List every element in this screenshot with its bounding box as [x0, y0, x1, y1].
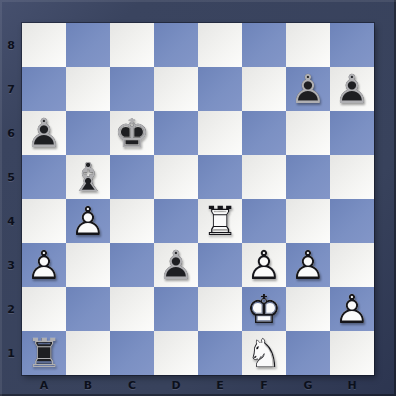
- white-pawn: ♟♙: [66, 199, 110, 243]
- rank-label-7: 7: [0, 67, 22, 111]
- square-b7[interactable]: [66, 67, 110, 111]
- chess-board: ♟♙♟♙♟♙♚♔♝♗♟♙♜♖♟♙♟♙♟♙♟♙♚♔♟♙♜♖♞♘: [22, 23, 374, 375]
- square-f2[interactable]: ♚♔: [242, 287, 286, 331]
- black-pawn: ♟♙: [154, 243, 198, 287]
- square-f8[interactable]: [242, 23, 286, 67]
- square-f5[interactable]: [242, 155, 286, 199]
- square-g4[interactable]: [286, 199, 330, 243]
- square-a2[interactable]: [22, 287, 66, 331]
- black-bishop: ♝♗: [66, 155, 110, 199]
- square-a8[interactable]: [22, 23, 66, 67]
- square-c5[interactable]: [110, 155, 154, 199]
- file-label-g: G: [286, 375, 330, 396]
- square-d6[interactable]: [154, 111, 198, 155]
- square-c7[interactable]: [110, 67, 154, 111]
- square-d2[interactable]: [154, 287, 198, 331]
- square-e5[interactable]: [198, 155, 242, 199]
- rank-label-8: 8: [0, 23, 22, 67]
- square-b8[interactable]: [66, 23, 110, 67]
- white-pawn: ♟♙: [286, 243, 330, 287]
- black-pawn: ♟♙: [330, 67, 374, 111]
- square-g2[interactable]: [286, 287, 330, 331]
- square-a7[interactable]: [22, 67, 66, 111]
- rank-label-6: 6: [0, 111, 22, 155]
- square-d3[interactable]: ♟♙: [154, 243, 198, 287]
- black-pawn: ♟♙: [286, 67, 330, 111]
- square-b2[interactable]: [66, 287, 110, 331]
- square-h2[interactable]: ♟♙: [330, 287, 374, 331]
- white-rook: ♜♖: [198, 199, 242, 243]
- rank-label-3: 3: [0, 243, 22, 287]
- square-h4[interactable]: [330, 199, 374, 243]
- square-e6[interactable]: [198, 111, 242, 155]
- square-e1[interactable]: [198, 331, 242, 375]
- square-c4[interactable]: [110, 199, 154, 243]
- square-f4[interactable]: [242, 199, 286, 243]
- square-g3[interactable]: ♟♙: [286, 243, 330, 287]
- file-label-a: A: [22, 375, 66, 396]
- file-label-b: B: [66, 375, 110, 396]
- square-a1[interactable]: ♜♖: [22, 331, 66, 375]
- square-c2[interactable]: [110, 287, 154, 331]
- square-g5[interactable]: [286, 155, 330, 199]
- square-h6[interactable]: [330, 111, 374, 155]
- square-b3[interactable]: [66, 243, 110, 287]
- square-g1[interactable]: [286, 331, 330, 375]
- square-f1[interactable]: ♞♘: [242, 331, 286, 375]
- square-d5[interactable]: [154, 155, 198, 199]
- rank-labels: 87654321: [0, 23, 22, 375]
- file-label-d: D: [154, 375, 198, 396]
- square-b1[interactable]: [66, 331, 110, 375]
- file-label-h: H: [330, 375, 374, 396]
- square-h1[interactable]: [330, 331, 374, 375]
- file-label-f: F: [242, 375, 286, 396]
- square-e8[interactable]: [198, 23, 242, 67]
- file-label-e: E: [198, 375, 242, 396]
- rank-label-4: 4: [0, 199, 22, 243]
- square-d1[interactable]: [154, 331, 198, 375]
- white-king: ♚♔: [242, 287, 286, 331]
- rank-label-5: 5: [0, 155, 22, 199]
- square-a3[interactable]: ♟♙: [22, 243, 66, 287]
- white-pawn: ♟♙: [242, 243, 286, 287]
- square-c3[interactable]: [110, 243, 154, 287]
- square-f6[interactable]: [242, 111, 286, 155]
- white-pawn: ♟♙: [22, 243, 66, 287]
- square-f7[interactable]: [242, 67, 286, 111]
- square-b6[interactable]: [66, 111, 110, 155]
- square-a5[interactable]: [22, 155, 66, 199]
- square-g6[interactable]: [286, 111, 330, 155]
- square-c8[interactable]: [110, 23, 154, 67]
- chess-board-frame: 87654321 ♟♙♟♙♟♙♚♔♝♗♟♙♜♖♟♙♟♙♟♙♟♙♚♔♟♙♜♖♞♘ …: [0, 0, 396, 396]
- square-e7[interactable]: [198, 67, 242, 111]
- square-c1[interactable]: [110, 331, 154, 375]
- square-f3[interactable]: ♟♙: [242, 243, 286, 287]
- square-b4[interactable]: ♟♙: [66, 199, 110, 243]
- file-labels: ABCDEFGH: [22, 375, 374, 396]
- square-b5[interactable]: ♝♗: [66, 155, 110, 199]
- square-g7[interactable]: ♟♙: [286, 67, 330, 111]
- file-label-c: C: [110, 375, 154, 396]
- square-d7[interactable]: [154, 67, 198, 111]
- black-pawn: ♟♙: [22, 111, 66, 155]
- square-e3[interactable]: [198, 243, 242, 287]
- black-rook: ♜♖: [22, 331, 66, 375]
- white-knight: ♞♘: [242, 331, 286, 375]
- square-d8[interactable]: [154, 23, 198, 67]
- square-d4[interactable]: [154, 199, 198, 243]
- square-e2[interactable]: [198, 287, 242, 331]
- square-a6[interactable]: ♟♙: [22, 111, 66, 155]
- square-a4[interactable]: [22, 199, 66, 243]
- square-e4[interactable]: ♜♖: [198, 199, 242, 243]
- square-h8[interactable]: [330, 23, 374, 67]
- white-pawn: ♟♙: [330, 287, 374, 331]
- black-king: ♚♔: [110, 111, 154, 155]
- square-h7[interactable]: ♟♙: [330, 67, 374, 111]
- square-h3[interactable]: [330, 243, 374, 287]
- square-c6[interactable]: ♚♔: [110, 111, 154, 155]
- square-h5[interactable]: [330, 155, 374, 199]
- rank-label-1: 1: [0, 331, 22, 375]
- rank-label-2: 2: [0, 287, 22, 331]
- square-g8[interactable]: [286, 23, 330, 67]
